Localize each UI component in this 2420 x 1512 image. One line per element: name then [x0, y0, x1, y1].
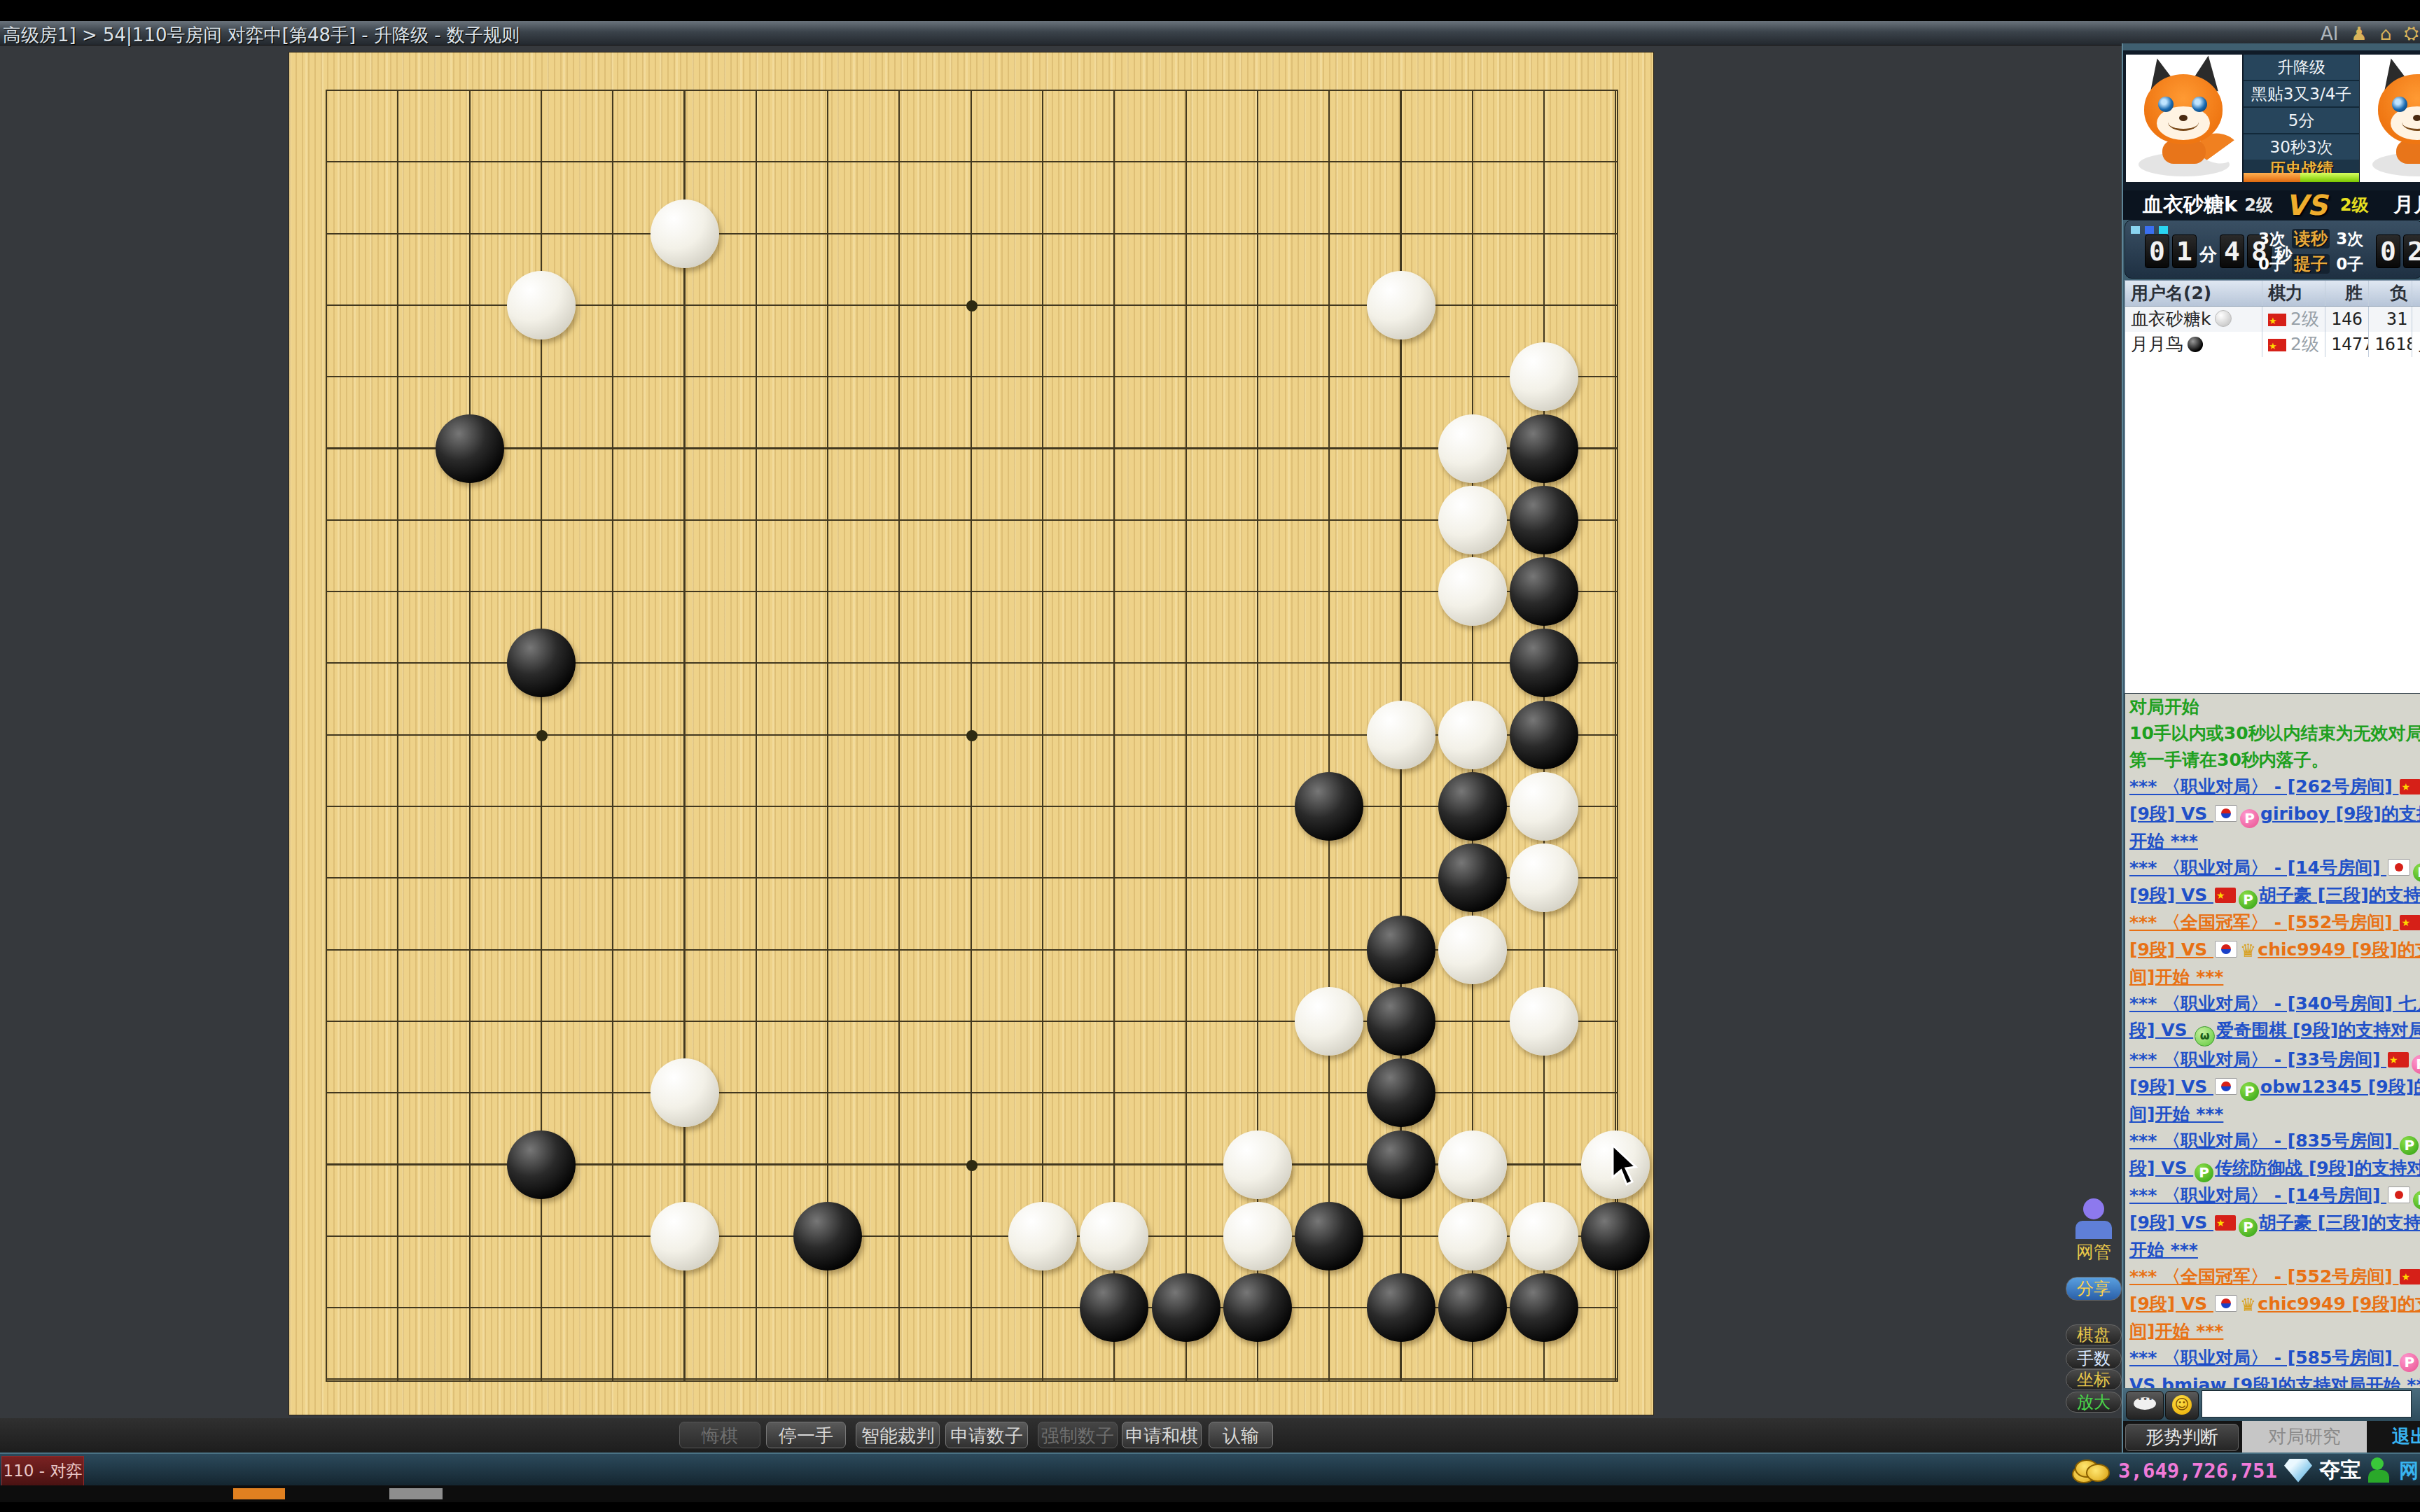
chat-link-line[interactable]: 开始 *** — [2125, 1237, 2420, 1263]
chat-text: 爱奇围棋 [9段]的支持对局开始 — [2216, 1020, 2420, 1040]
stone-white-F3 — [651, 1202, 719, 1270]
col-extra[interactable] — [2412, 281, 2420, 306]
chat-link-line[interactable]: VS bmjaw [9段]的支持对局开始 *** — [2125, 1372, 2420, 1389]
sidebar: 升降级 黑贴3又3/4子 5分 30秒3次 历史战绩 血衣砂糖k — [2122, 43, 2420, 1452]
stone-black-D11 — [507, 629, 576, 697]
chat-link-line[interactable]: *** 〈职业对局〉 - [33号房间] P段想家 — [2125, 1046, 2420, 1074]
stone-black-S13 — [1510, 486, 1578, 554]
clock-unit: 分 — [2199, 244, 2217, 265]
cn-icon — [2400, 779, 2420, 794]
cell-wins: 146 — [2325, 307, 2369, 332]
game-action-toolbar: 悔棋停一手智能裁判申请数子强制数子申请和棋认输 — [0, 1418, 2122, 1452]
stone-white-O3 — [1223, 1202, 1292, 1270]
title-bar-icons: AI ♟︎ ⌂ ⛭ — [2321, 22, 2419, 44]
toggle-坐标[interactable]: 坐标 — [2066, 1369, 2122, 1390]
chat-text: 间]开始 *** — [2129, 1104, 2223, 1124]
col-username[interactable]: 用户名(2) — [2125, 281, 2262, 306]
chat-text: *** 〈全国冠军〉 - [552号房间] — [2129, 912, 2398, 932]
chat-link-line[interactable]: 段] VS P传统防御战 [9段]的支持对局开始 — [2125, 1155, 2420, 1182]
mouse-cursor — [1611, 1144, 1643, 1190]
white-player-name: 血衣砂糖k — [2143, 191, 2237, 219]
chat-text: *** 〈职业对局〉 - [33号房间] — [2129, 1049, 2386, 1070]
black-stone-icon — [2188, 337, 2203, 352]
chat-text: *** 〈全国冠军〉 - [552号房间] — [2129, 1266, 2398, 1287]
stone-white-R3 — [1438, 1202, 1507, 1270]
cell-losses: 1618 — [2369, 332, 2412, 357]
byoyomi-label: 读秒 — [2292, 229, 2330, 248]
chat-text: *** 〈职业对局〉 - [585号房间] — [2129, 1347, 2398, 1368]
cat-icon: ω — [2195, 1026, 2215, 1046]
black-player-rank: 2级 — [2340, 194, 2369, 216]
stone-white-R12 — [1438, 557, 1507, 626]
stone-white-S15 — [1510, 342, 1578, 411]
stone-black-S12 — [1510, 557, 1578, 626]
window-title: 高级房1] > 54|110号房间 对弈中[第48手] - 升降级 - 数子规则 — [3, 23, 520, 48]
stone-black-S2 — [1510, 1273, 1578, 1342]
cn-icon — [2400, 1269, 2420, 1284]
chat-link-line[interactable]: [9段] VS ♛chic9949 [9段]的支持对局[ — [2125, 1291, 2420, 1318]
stone-white-F5 — [651, 1058, 719, 1127]
room-tab[interactable]: 110 - 对弈 — [1, 1456, 84, 1486]
white-player-rank: 2级 — [2244, 194, 2273, 216]
cell-strength: 2级 — [2262, 307, 2325, 332]
cn-icon — [2215, 888, 2236, 903]
chat-bubble-button[interactable] — [2126, 1391, 2164, 1420]
stone-black-N2 — [1152, 1273, 1221, 1342]
table-row[interactable]: 血衣砂糖k2级14631 — [2125, 307, 2420, 332]
winrate-bar-green — [2300, 173, 2359, 182]
kr-icon — [2215, 1295, 2237, 1312]
china-flag-icon — [2268, 314, 2286, 326]
top-black-strip — [0, 0, 2420, 21]
cell-username: 月月鸟 — [2125, 332, 2262, 357]
kr-icon — [2215, 1078, 2237, 1095]
stone-black-Q7 — [1367, 916, 1435, 984]
stone-white-D16 — [507, 271, 576, 339]
winrate-bar — [2244, 173, 2359, 182]
stone-black-M2 — [1080, 1273, 1148, 1342]
tab-exit[interactable]: 退出 — [2392, 1424, 2420, 1450]
clock-digit: 0 — [2376, 234, 2400, 268]
stone-black-H3 — [793, 1202, 862, 1270]
cell-extra — [2412, 307, 2420, 332]
col-strength[interactable]: 棋力 — [2262, 281, 2325, 306]
pp-icon: P — [2412, 1055, 2420, 1074]
chat-link-line[interactable]: [9段] VS Pgiriboy [9段]的支持对局[ — [2125, 801, 2420, 828]
clock-digit: 2 — [2403, 234, 2420, 268]
chat-link-line[interactable]: [9段] VS ♛chic9949 [9段]的支持对局[ — [2125, 937, 2420, 964]
chat-text: obw12345 [9段]的支持对局[ — [2260, 1077, 2420, 1097]
fox-avatar-icon — [2126, 55, 2242, 182]
chat-text: 间]开始 *** — [2129, 967, 2223, 987]
tab-game-research-bg: 对局研究 — [2242, 1421, 2367, 1452]
taskbar-item-orange[interactable] — [233, 1488, 285, 1499]
stone-black-D4 — [507, 1130, 576, 1199]
taskbar-item-gray[interactable] — [389, 1488, 443, 1499]
pg-icon: P — [2400, 1136, 2419, 1155]
chat-text: *** 〈职业对局〉 - [262号房间] — [2129, 776, 2398, 797]
stone-white-M3 — [1080, 1202, 1148, 1270]
indicator-square — [2131, 226, 2140, 234]
chat-link-line[interactable]: *** 〈职业对局〉 - [835号房间] P剑翼待时 — [2125, 1128, 2420, 1155]
button-申请和棋[interactable]: 申请和棋 — [1122, 1422, 1202, 1448]
stone-black-C14 — [436, 414, 504, 483]
stone-black-S10 — [1510, 701, 1578, 769]
stone-white-R13 — [1438, 486, 1507, 554]
stone-white-S6 — [1510, 987, 1578, 1056]
clock-digit: 1 — [2172, 234, 2197, 268]
col-wins[interactable]: 胜 — [2325, 281, 2369, 306]
stone-black-Q4 — [1367, 1130, 1435, 1199]
jp-icon — [2388, 859, 2410, 876]
jp-icon — [2388, 1186, 2410, 1203]
stone-white-L3 — [1008, 1202, 1077, 1270]
chat-link-line[interactable]: [9段] VS P胡子豪 [三段]的支持对局开 — [2125, 882, 2420, 909]
admin-person-icon — [2083, 1198, 2104, 1219]
stone-black-R2 — [1438, 1273, 1507, 1342]
status-bar: 110 - 对弈 3,649,726,751 夺宝 网 — [0, 1452, 2420, 1487]
user-icon[interactable]: ♟︎ — [2351, 23, 2367, 44]
coins-icon — [2072, 1457, 2111, 1485]
stone-black-T3 — [1581, 1202, 1650, 1270]
chat-link-line[interactable]: *** 〈职业对局〉 - [585号房间] P宁汐 [ — [2125, 1345, 2420, 1372]
captures-label: 提子 — [2292, 254, 2330, 274]
chat-link-line[interactable]: 段] VS ω爱奇围棋 [9段]的支持对局开始 — [2125, 1017, 2420, 1046]
stone-white-R7 — [1438, 916, 1507, 984]
toggle-棋盘[interactable]: 棋盘 — [2066, 1324, 2122, 1345]
toggle-放大[interactable]: 放大 — [2066, 1392, 2122, 1413]
table-header: 用户名(2) 棋力 胜 负 — [2125, 281, 2420, 307]
stone-white-P6 — [1295, 987, 1363, 1056]
captures-right: 0子 — [2336, 255, 2363, 273]
stone-black-S14 — [1510, 414, 1578, 483]
star-point — [536, 730, 548, 741]
chat-text: VS bmjaw [9段]的支持对局开始 *** — [2129, 1375, 2420, 1389]
admin-person-icon-body — [2075, 1221, 2112, 1239]
indicator-square — [2145, 226, 2154, 234]
chat-link-line[interactable]: 间]开始 *** — [2125, 1318, 2420, 1345]
byoyomi-right: 3次 — [2336, 230, 2363, 248]
toggle-手数[interactable]: 手数 — [2066, 1348, 2122, 1369]
pp-icon: P — [2240, 809, 2259, 828]
stone-black-Q5 — [1367, 1058, 1435, 1127]
pg-icon: P — [2240, 1082, 2259, 1101]
byoyomi-captures: 3次 读秒 3次 0子 提子 0子 — [2258, 225, 2349, 275]
setting-row: 升降级 — [2244, 55, 2359, 81]
black-player-name: 月月 — [2393, 191, 2420, 219]
app-window: 高级房1] > 54|110号房间 对弈中[第48手] - 升降级 - 数子规则… — [0, 0, 2420, 1512]
cn-icon — [2215, 1215, 2236, 1231]
pp-icon: P — [2400, 1353, 2419, 1372]
star-point — [966, 300, 978, 311]
winrate-bar-orange — [2244, 173, 2300, 182]
stone-black-Q6 — [1367, 987, 1435, 1056]
speech-bubble-icon — [2134, 1397, 2156, 1410]
button-悔棋: 悔棋 — [679, 1422, 760, 1448]
avatar-black-player — [2360, 55, 2420, 182]
stone-white-R14 — [1438, 414, 1507, 483]
admin-label: 网管 — [2067, 1240, 2120, 1263]
stone-white-O4 — [1223, 1130, 1292, 1199]
button-停一手[interactable]: 停一手 — [766, 1422, 846, 1448]
black-clock: 02分 — [2374, 234, 2420, 268]
chat-link-line[interactable]: *** 〈全国冠军〉 - [552号房间] ♛逝去的 — [2125, 1263, 2420, 1291]
chat-link-line[interactable]: *** 〈职业对局〉 - [262号房间] P绝命客 — [2125, 773, 2420, 801]
avatar-white-player — [2126, 55, 2242, 182]
captures-left: 0子 — [2258, 255, 2286, 273]
admin-control[interactable]: 网管 — [2067, 1198, 2120, 1263]
button-申请数子[interactable]: 申请数子 — [945, 1422, 1028, 1448]
chat-link-line[interactable]: *** 〈职业对局〉 - [14号房间] Pnorak — [2125, 855, 2420, 882]
home-icon[interactable]: ⌂ — [2380, 23, 2392, 44]
shirt-icon[interactable]: ⛭ — [2404, 22, 2419, 44]
clock-digit: 4 — [2220, 234, 2244, 268]
stone-white-S9 — [1510, 772, 1578, 841]
clock-digit: 0 — [2145, 234, 2169, 268]
kr-icon — [2215, 941, 2237, 958]
chat-text: 胡子豪 [三段]的支持对局[2 — [2259, 1212, 2420, 1233]
button-认输[interactable]: 认输 — [1209, 1422, 1273, 1448]
cell-losses: 31 — [2369, 307, 2412, 332]
cell-extra: 月 — [2412, 332, 2420, 357]
chat-text: [9段] VS — [2129, 1077, 2213, 1097]
stone-black-R9 — [1438, 772, 1507, 841]
cn-icon — [2400, 915, 2420, 930]
white-stone-icon — [2215, 310, 2232, 327]
smiley-icon: ☺ — [2172, 1395, 2192, 1415]
pg-icon: P — [2413, 863, 2420, 882]
chat-text: chic9949 [9段]的支持对局[ — [2258, 939, 2420, 960]
chat-text: [9段] VS — [2129, 804, 2213, 824]
chat-text: 第一手请在30秒内落子。 — [2129, 750, 2329, 770]
pg-icon: P — [2239, 890, 2258, 909]
chat-text: giriboy [9段]的支持对局[ — [2260, 804, 2420, 824]
money-amount: 3,649,726,751 — [2118, 1459, 2277, 1483]
setting-row: 30秒3次 — [2244, 134, 2359, 160]
pg-icon: P — [2195, 1163, 2213, 1182]
stone-white-F17 — [651, 199, 719, 268]
setting-row: 黑贴3又3/4子 — [2244, 81, 2359, 108]
crown-icon: ♛ — [2240, 937, 2256, 964]
crown-icon: ♛ — [2240, 1291, 2256, 1318]
chat-text: chic9949 [9段]的支持对局[ — [2258, 1294, 2420, 1314]
chat-text: 段] VS — [2129, 1020, 2193, 1040]
stone-white-S8 — [1510, 843, 1578, 912]
match-info-panel: 升降级 黑贴3又3/4子 5分 30秒3次 历史战绩 血衣砂糖k — [2123, 50, 2420, 220]
chat-text: 开始 *** — [2129, 831, 2198, 851]
chat-link-line[interactable]: [9段] VS P胡子豪 [三段]的支持对局[2 — [2125, 1210, 2420, 1237]
taskbar-strip — [0, 1485, 2420, 1502]
chat-info-line: 10手以内或30秒以内结束为无效对局。 — [2125, 720, 2420, 747]
ai-label[interactable]: AI — [2321, 23, 2338, 44]
bottom-black-strip — [0, 1502, 2420, 1512]
chat-link-line[interactable]: [9段] VS Pobw12345 [9段]的支持对局[ — [2125, 1074, 2420, 1101]
chat-link-line[interactable]: *** 〈职业对局〉 - [340号房间] 七月的宜昌 — [2125, 990, 2420, 1017]
stone-white-Q10 — [1367, 701, 1435, 769]
table-body: 血衣砂糖k2级14631月月鸟2级14771618月 — [2125, 307, 2420, 357]
online-user-icon[interactable] — [2368, 1457, 2392, 1484]
chat-text: 10手以内或30秒以内结束为无效对局。 — [2129, 723, 2420, 743]
chat-text: 传统防御战 [9段]的支持对局开始 — [2215, 1158, 2420, 1178]
stone-black-P3 — [1295, 1202, 1363, 1270]
tab-position-judge[interactable]: 形势判断 — [2125, 1424, 2239, 1451]
game-settings-column: 升降级 黑贴3又3/4子 5分 30秒3次 历史战绩 — [2244, 55, 2359, 182]
chat-info-line: 第一手请在30秒内落子。 — [2125, 747, 2420, 773]
cell-username: 血衣砂糖k — [2125, 307, 2262, 332]
tab-game-research[interactable]: 对局研究 — [2242, 1424, 2367, 1450]
sidebar-bottom-tabs: 形势判断 对局研究 退出 — [2123, 1421, 2420, 1452]
button-强制数子: 强制数子 — [1038, 1422, 1118, 1448]
chat-text: [9段] VS — [2129, 1294, 2213, 1314]
chat-link-line[interactable]: 开始 *** — [2125, 828, 2420, 855]
byoyomi-left: 3次 — [2258, 230, 2286, 248]
chat-text: [9段] VS — [2129, 885, 2213, 905]
chat-link-line[interactable]: 间]开始 *** — [2125, 964, 2420, 990]
stone-black-O2 — [1223, 1273, 1292, 1342]
stone-black-P9 — [1295, 772, 1363, 841]
star-point — [966, 730, 978, 741]
star-point — [966, 1160, 978, 1171]
chat-link-line[interactable]: *** 〈职业对局〉 - [14号房间] Pnorak — [2125, 1182, 2420, 1210]
status-right-cluster: 3,649,726,751 夺宝 网 — [2072, 1454, 2419, 1487]
diamond-icon[interactable] — [2284, 1459, 2312, 1483]
cn-icon — [2388, 1052, 2409, 1067]
setting-row: 5分 — [2244, 108, 2359, 134]
chat-input[interactable] — [2202, 1390, 2412, 1417]
chat-input-row: ☺ — [2123, 1388, 2420, 1421]
chat-text: *** 〈职业对局〉 - [14号房间] — [2129, 1185, 2386, 1205]
vs-row: 血衣砂糖k 2级 VS 2级 月月 — [2123, 190, 2420, 220]
chat-text: 间]开始 *** — [2129, 1321, 2223, 1341]
title-bar: 高级房1] > 54|110号房间 对弈中[第48手] - 升降级 - 数子规则… — [0, 21, 2420, 45]
stone-white-Q16 — [1367, 271, 1435, 339]
fox-avatar-icon — [2360, 55, 2420, 182]
china-flag-icon — [2268, 339, 2286, 351]
chat-text: *** 〈职业对局〉 - [340号房间] 七月的宜昌 — [2129, 993, 2420, 1014]
chat-text: 开始 *** — [2129, 1240, 2198, 1260]
chat-broadcast-panel: 对局开始10手以内或30秒以内结束为无效对局。第一手请在30秒内落子。*** 〈… — [2125, 693, 2420, 1389]
chat-text: [9段] VS — [2129, 1212, 2213, 1233]
chat-text: 胡子豪 [三段]的支持对局开 — [2259, 885, 2420, 905]
cell-wins: 1477 — [2325, 332, 2369, 357]
emoticon-button[interactable]: ☺ — [2165, 1391, 2199, 1420]
chat-text: [9段] VS — [2129, 939, 2213, 960]
chat-text: 对局开始 — [2129, 696, 2199, 717]
button-智能裁判[interactable]: 智能裁判 — [856, 1422, 940, 1448]
stone-white-R4 — [1438, 1130, 1507, 1199]
chat-text: *** 〈职业对局〉 - [835号房间] — [2129, 1130, 2398, 1151]
chat-text: *** 〈职业对局〉 - [14号房间] — [2129, 857, 2386, 878]
stone-black-S11 — [1510, 629, 1578, 697]
net-label[interactable]: 网 — [2399, 1457, 2419, 1484]
players-table: 用户名(2) 棋力 胜 负 血衣砂糖k2级14631月月鸟2级14771618月 — [2125, 280, 2420, 694]
stone-black-Q2 — [1367, 1273, 1435, 1342]
share-button[interactable]: 分享 — [2066, 1277, 2122, 1301]
stone-white-S3 — [1510, 1202, 1578, 1270]
table-row[interactable]: 月月鸟2级14771618月 — [2125, 332, 2420, 357]
chat-info-line: 对局开始 — [2125, 694, 2420, 720]
pg-icon: P — [2239, 1218, 2258, 1237]
chat-link-line[interactable]: *** 〈全国冠军〉 - [552号房间] ♛逝去的 — [2125, 909, 2420, 937]
indicator-square — [2159, 226, 2168, 234]
go-board[interactable] — [288, 52, 1654, 1415]
chat-text: 段] VS — [2129, 1158, 2193, 1178]
cell-strength: 2级 — [2262, 332, 2325, 357]
stone-black-R8 — [1438, 843, 1507, 912]
pg-icon: P — [2413, 1191, 2420, 1210]
treasure-label[interactable]: 夺宝 — [2319, 1456, 2361, 1485]
clock-panel: 01分48秒 3次 读秒 3次 0子 提子 0子 02分 — [2125, 220, 2420, 279]
kr-icon — [2215, 805, 2237, 822]
chat-link-line[interactable]: 间]开始 *** — [2125, 1101, 2420, 1128]
vs-label: VS — [2286, 189, 2328, 221]
col-losses[interactable]: 负 — [2369, 281, 2412, 306]
stone-white-R10 — [1438, 701, 1507, 769]
